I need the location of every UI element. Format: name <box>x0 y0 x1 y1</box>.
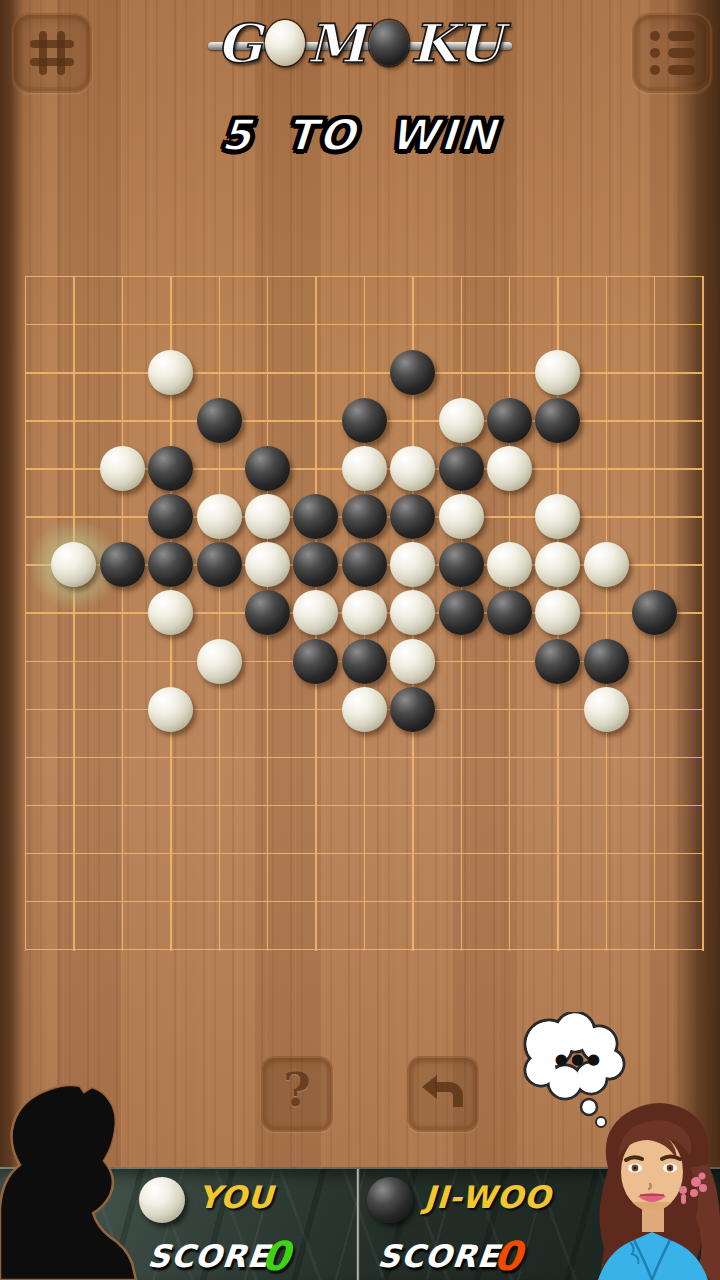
player-jiwoo-stone-icon <box>367 1177 413 1223</box>
stone-black <box>584 639 629 684</box>
stone-black <box>148 542 193 587</box>
logo-black-stone-icon <box>369 20 409 66</box>
stone-white <box>197 494 242 539</box>
stone-white <box>487 542 532 587</box>
stone-white <box>390 639 435 684</box>
thinking-dots: ●●● <box>544 1050 614 1068</box>
gomoku-board[interactable] <box>25 276 704 951</box>
stone-black <box>342 639 387 684</box>
stone-white <box>535 350 580 395</box>
stone-black <box>439 542 484 587</box>
win-condition-banner: 5 TO WIN <box>0 110 720 160</box>
stone-black <box>342 398 387 443</box>
player-you-name: YOU <box>197 1179 275 1215</box>
stone-black <box>245 446 290 491</box>
stone-white <box>390 446 435 491</box>
logo-letter-m: M <box>307 8 367 78</box>
stone-white <box>584 687 629 732</box>
stone-white <box>342 446 387 491</box>
stone-black <box>245 590 290 635</box>
player-jiwoo-score-value: 0 <box>492 1233 525 1279</box>
stone-white <box>487 446 532 491</box>
stone-black <box>632 590 677 635</box>
panel-divider <box>356 1169 360 1280</box>
stone-black <box>197 542 242 587</box>
stone-white <box>342 590 387 635</box>
logo-white-stone-icon <box>265 20 305 66</box>
stone-white <box>245 494 290 539</box>
stone-white <box>148 590 193 635</box>
stone-white <box>439 398 484 443</box>
undo-button[interactable] <box>407 1056 479 1132</box>
stone-white <box>148 350 193 395</box>
stone-black <box>390 687 435 732</box>
player-jiwoo-avatar <box>590 1098 720 1280</box>
stone-white <box>390 542 435 587</box>
stone-black <box>293 494 338 539</box>
game-logo: G M KU <box>0 6 720 80</box>
stone-black <box>487 398 532 443</box>
stone-white <box>584 542 629 587</box>
stone-black <box>439 590 484 635</box>
player-you-stone-icon <box>139 1177 185 1223</box>
player-you-score-label: SCORE <box>146 1238 271 1274</box>
logo-letter-g: G <box>217 8 263 78</box>
undo-arrow-icon <box>421 1074 465 1114</box>
player-you-score-value: 0 <box>260 1233 293 1279</box>
stone-white <box>148 687 193 732</box>
stone-black <box>197 398 242 443</box>
stone-black <box>342 494 387 539</box>
stone-black <box>100 542 145 587</box>
stone-white <box>535 542 580 587</box>
stone-white <box>293 590 338 635</box>
stone-white <box>439 494 484 539</box>
stone-white <box>197 639 242 684</box>
stone-black <box>390 350 435 395</box>
player-jiwoo-name: JI-WOO <box>423 1179 552 1215</box>
stone-black <box>439 446 484 491</box>
stone-white <box>245 542 290 587</box>
stone-white <box>535 494 580 539</box>
stone-black <box>293 639 338 684</box>
stone-white <box>535 590 580 635</box>
stone-white <box>342 687 387 732</box>
stone-black <box>535 639 580 684</box>
stone-black <box>390 494 435 539</box>
help-button[interactable]: ? <box>261 1056 333 1132</box>
player-jiwoo-score-label: SCORE <box>376 1238 501 1274</box>
stone-black <box>293 542 338 587</box>
stone-white <box>100 446 145 491</box>
stone-white <box>390 590 435 635</box>
stone-black <box>148 494 193 539</box>
stone-black <box>487 590 532 635</box>
player-you-avatar <box>0 1083 142 1280</box>
stone-black <box>342 542 387 587</box>
logo-letters-ku: KU <box>411 8 503 78</box>
stone-black <box>535 398 580 443</box>
stone-black <box>148 446 193 491</box>
question-mark-icon: ? <box>263 1062 331 1117</box>
